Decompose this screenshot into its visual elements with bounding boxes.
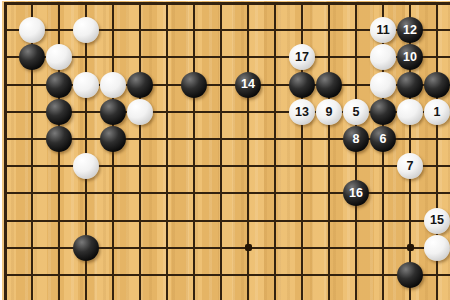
move-number-label: 11 — [376, 24, 389, 37]
black-stone[interactable]: 14 — [235, 72, 261, 98]
move-number-label: 5 — [353, 106, 360, 119]
black-stone[interactable] — [127, 72, 153, 98]
move-number-label: 8 — [353, 133, 360, 146]
white-stone[interactable] — [73, 17, 99, 43]
white-stone[interactable]: 5 — [343, 99, 369, 125]
grid-line-horizontal — [4, 165, 450, 167]
board-top-edge-line — [4, 2, 450, 5]
move-number-label: 7 — [407, 160, 414, 173]
black-stone[interactable] — [100, 99, 126, 125]
white-stone[interactable]: 13 — [289, 99, 315, 125]
move-number-label: 13 — [295, 106, 309, 119]
white-stone[interactable]: 1 — [424, 99, 450, 125]
grid-line-vertical — [220, 2, 222, 300]
move-number-label: 12 — [403, 24, 417, 37]
black-stone[interactable] — [100, 126, 126, 152]
black-stone[interactable] — [73, 235, 99, 261]
black-stone[interactable] — [181, 72, 207, 98]
go-diagram-screenshot: 1112171014139518671615 — [0, 0, 450, 300]
grid-line-vertical — [328, 2, 330, 300]
black-stone[interactable] — [397, 72, 423, 98]
white-stone[interactable] — [100, 72, 126, 98]
white-stone[interactable] — [73, 72, 99, 98]
black-stone[interactable]: 12 — [397, 17, 423, 43]
grid-line-horizontal — [4, 220, 450, 222]
grid-line-vertical — [247, 2, 249, 300]
grid-line-horizontal — [4, 274, 450, 276]
white-stone[interactable] — [424, 235, 450, 261]
white-stone[interactable] — [73, 153, 99, 179]
move-number-label: 16 — [349, 187, 363, 200]
white-stone[interactable]: 7 — [397, 153, 423, 179]
white-stone[interactable] — [19, 17, 45, 43]
white-stone[interactable]: 9 — [316, 99, 342, 125]
white-stone[interactable] — [127, 99, 153, 125]
move-number-label: 14 — [241, 78, 255, 91]
black-stone[interactable] — [289, 72, 315, 98]
move-number-label: 17 — [295, 51, 309, 64]
move-number-label: 9 — [326, 106, 333, 119]
black-stone[interactable] — [46, 99, 72, 125]
black-stone[interactable] — [316, 72, 342, 98]
black-stone[interactable]: 8 — [343, 126, 369, 152]
move-number-label: 10 — [403, 51, 417, 64]
black-stone[interactable] — [46, 72, 72, 98]
grid-line-vertical — [139, 2, 141, 300]
black-stone[interactable] — [397, 262, 423, 288]
star-point — [407, 244, 414, 251]
white-stone[interactable] — [370, 72, 396, 98]
grid-line-vertical — [193, 2, 195, 300]
white-stone[interactable] — [397, 99, 423, 125]
move-number-label: 15 — [430, 214, 444, 227]
black-stone[interactable] — [370, 99, 396, 125]
black-stone[interactable] — [46, 126, 72, 152]
grid-line-vertical — [166, 2, 168, 300]
move-number-label: 1 — [434, 106, 441, 119]
black-stone[interactable]: 6 — [370, 126, 396, 152]
grid-line-horizontal — [4, 192, 450, 194]
grid-line-horizontal — [4, 247, 450, 249]
board-left-edge-line — [4, 2, 7, 300]
white-stone[interactable]: 11 — [370, 17, 396, 43]
move-number-label: 6 — [380, 133, 387, 146]
white-stone[interactable]: 15 — [424, 208, 450, 234]
grid-line-vertical — [274, 2, 276, 300]
black-stone[interactable] — [424, 72, 450, 98]
star-point — [245, 244, 252, 251]
